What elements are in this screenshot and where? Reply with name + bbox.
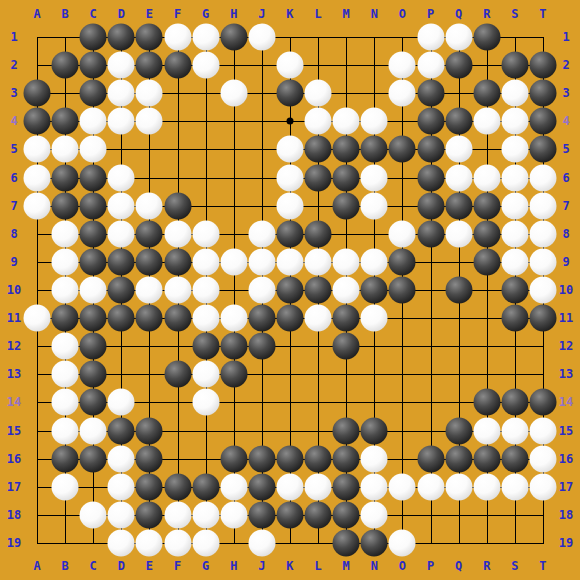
black-stone-L18[interactable] — [305, 501, 332, 528]
white-stone-J10[interactable] — [248, 276, 275, 303]
column-label-bottom: H — [230, 560, 237, 572]
black-stone-K10[interactable] — [276, 276, 303, 303]
black-stone-D9[interactable] — [108, 248, 135, 275]
black-stone-K11[interactable] — [276, 305, 303, 332]
white-stone-P2[interactable] — [417, 52, 444, 79]
black-stone-S2[interactable] — [501, 52, 528, 79]
white-stone-L4[interactable] — [305, 108, 332, 135]
black-stone-F17[interactable] — [164, 473, 191, 500]
white-stone-K2[interactable] — [276, 52, 303, 79]
black-stone-B11[interactable] — [52, 305, 79, 332]
black-stone-D1[interactable] — [108, 24, 135, 51]
black-stone-L6[interactable] — [305, 164, 332, 191]
white-stone-S5[interactable] — [501, 136, 528, 163]
black-stone-S10[interactable] — [501, 276, 528, 303]
white-stone-T17[interactable] — [529, 473, 556, 500]
white-stone-N7[interactable] — [361, 192, 388, 219]
black-stone-M6[interactable] — [333, 164, 360, 191]
white-stone-R15[interactable] — [473, 417, 500, 444]
column-label-bottom: F — [174, 560, 181, 572]
white-stone-Q1[interactable] — [445, 24, 472, 51]
white-stone-G13[interactable] — [192, 361, 219, 388]
white-stone-D3[interactable] — [108, 80, 135, 107]
column-label-top: L — [314, 8, 321, 20]
white-stone-N16[interactable] — [361, 445, 388, 472]
row-label-left: 8 — [10, 228, 17, 240]
row-label-right: 19 — [559, 537, 573, 549]
white-stone-S9[interactable] — [501, 248, 528, 275]
white-stone-H11[interactable] — [220, 305, 247, 332]
white-stone-F8[interactable] — [164, 220, 191, 247]
column-label-top: E — [146, 8, 153, 20]
white-stone-H9[interactable] — [220, 248, 247, 275]
white-stone-D8[interactable] — [108, 220, 135, 247]
white-stone-B10[interactable] — [52, 276, 79, 303]
row-label-left: 13 — [7, 368, 21, 380]
black-stone-K3[interactable] — [276, 80, 303, 107]
black-stone-T4[interactable] — [529, 108, 556, 135]
white-stone-D7[interactable] — [108, 192, 135, 219]
black-stone-J12[interactable] — [248, 333, 275, 360]
white-stone-A7[interactable] — [24, 192, 51, 219]
column-label-bottom: N — [371, 560, 378, 572]
white-stone-M9[interactable] — [333, 248, 360, 275]
column-label-top: D — [118, 8, 125, 20]
black-stone-C9[interactable] — [80, 248, 107, 275]
white-stone-Q5[interactable] — [445, 136, 472, 163]
black-stone-P3[interactable] — [417, 80, 444, 107]
black-stone-C14[interactable] — [80, 389, 107, 416]
black-stone-D15[interactable] — [108, 417, 135, 444]
column-label-bottom: D — [118, 560, 125, 572]
white-stone-J19[interactable] — [248, 529, 275, 556]
white-stone-C18[interactable] — [80, 501, 107, 528]
white-stone-O17[interactable] — [389, 473, 416, 500]
black-stone-N19[interactable] — [361, 529, 388, 556]
hoshi-point — [286, 118, 293, 125]
black-stone-K8[interactable] — [276, 220, 303, 247]
black-stone-O10[interactable] — [389, 276, 416, 303]
black-stone-C11[interactable] — [80, 305, 107, 332]
column-label-top: C — [90, 8, 97, 20]
black-stone-H13[interactable] — [220, 361, 247, 388]
white-stone-T8[interactable] — [529, 220, 556, 247]
white-stone-G9[interactable] — [192, 248, 219, 275]
white-stone-E3[interactable] — [136, 80, 163, 107]
black-stone-G12[interactable] — [192, 333, 219, 360]
white-stone-T10[interactable] — [529, 276, 556, 303]
black-stone-F9[interactable] — [164, 248, 191, 275]
white-stone-S8[interactable] — [501, 220, 528, 247]
black-stone-M7[interactable] — [333, 192, 360, 219]
row-label-left: 5 — [10, 143, 17, 155]
white-stone-K17[interactable] — [276, 473, 303, 500]
white-stone-F18[interactable] — [164, 501, 191, 528]
white-stone-K7[interactable] — [276, 192, 303, 219]
column-label-top: T — [539, 8, 546, 20]
black-stone-R1[interactable] — [473, 24, 500, 51]
row-label-right: 13 — [559, 368, 573, 380]
column-label-bottom: C — [90, 560, 97, 572]
black-stone-E8[interactable] — [136, 220, 163, 247]
white-stone-S7[interactable] — [501, 192, 528, 219]
black-stone-C2[interactable] — [80, 52, 107, 79]
row-label-left: 14 — [7, 396, 21, 408]
white-stone-S3[interactable] — [501, 80, 528, 107]
row-label-left: 9 — [10, 256, 17, 268]
black-stone-G17[interactable] — [192, 473, 219, 500]
row-label-right: 17 — [559, 481, 573, 493]
row-label-right: 3 — [562, 87, 569, 99]
white-stone-K6[interactable] — [276, 164, 303, 191]
white-stone-G2[interactable] — [192, 52, 219, 79]
column-label-bottom: B — [61, 560, 68, 572]
white-stone-N4[interactable] — [361, 108, 388, 135]
white-stone-G11[interactable] — [192, 305, 219, 332]
black-stone-B4[interactable] — [52, 108, 79, 135]
black-stone-T5[interactable] — [529, 136, 556, 163]
row-label-right: 8 — [562, 228, 569, 240]
black-stone-M12[interactable] — [333, 333, 360, 360]
black-stone-P7[interactable] — [417, 192, 444, 219]
black-stone-Q7[interactable] — [445, 192, 472, 219]
white-stone-A5[interactable] — [24, 136, 51, 163]
white-stone-P1[interactable] — [417, 24, 444, 51]
white-stone-L3[interactable] — [305, 80, 332, 107]
white-stone-L9[interactable] — [305, 248, 332, 275]
white-stone-B8[interactable] — [52, 220, 79, 247]
black-stone-N10[interactable] — [361, 276, 388, 303]
white-stone-T7[interactable] — [529, 192, 556, 219]
black-stone-E17[interactable] — [136, 473, 163, 500]
black-stone-A4[interactable] — [24, 108, 51, 135]
black-stone-M19[interactable] — [333, 529, 360, 556]
black-stone-J18[interactable] — [248, 501, 275, 528]
column-label-top: N — [371, 8, 378, 20]
white-stone-E7[interactable] — [136, 192, 163, 219]
white-stone-O3[interactable] — [389, 80, 416, 107]
white-stone-E19[interactable] — [136, 529, 163, 556]
black-stone-C6[interactable] — [80, 164, 107, 191]
black-stone-E11[interactable] — [136, 305, 163, 332]
white-stone-N17[interactable] — [361, 473, 388, 500]
white-stone-R17[interactable] — [473, 473, 500, 500]
white-stone-F1[interactable] — [164, 24, 191, 51]
black-stone-R8[interactable] — [473, 220, 500, 247]
white-stone-N11[interactable] — [361, 305, 388, 332]
white-stone-D17[interactable] — [108, 473, 135, 500]
column-label-top: O — [399, 8, 406, 20]
black-stone-F11[interactable] — [164, 305, 191, 332]
white-stone-N6[interactable] — [361, 164, 388, 191]
black-stone-J16[interactable] — [248, 445, 275, 472]
white-stone-C10[interactable] — [80, 276, 107, 303]
white-stone-G10[interactable] — [192, 276, 219, 303]
white-stone-D6[interactable] — [108, 164, 135, 191]
black-stone-E18[interactable] — [136, 501, 163, 528]
black-stone-L8[interactable] — [305, 220, 332, 247]
black-stone-S14[interactable] — [501, 389, 528, 416]
white-stone-H3[interactable] — [220, 80, 247, 107]
row-label-right: 11 — [559, 312, 573, 324]
column-label-top: S — [511, 8, 518, 20]
black-stone-C12[interactable] — [80, 333, 107, 360]
black-stone-H12[interactable] — [220, 333, 247, 360]
column-label-top: P — [427, 8, 434, 20]
row-label-left: 11 — [7, 312, 21, 324]
black-stone-K16[interactable] — [276, 445, 303, 472]
black-stone-L5[interactable] — [305, 136, 332, 163]
row-label-right: 16 — [559, 453, 573, 465]
column-label-bottom: R — [483, 560, 490, 572]
row-label-left: 7 — [10, 200, 17, 212]
column-label-top: J — [258, 8, 265, 20]
column-label-top: K — [286, 8, 293, 20]
black-stone-Q10[interactable] — [445, 276, 472, 303]
white-stone-B9[interactable] — [52, 248, 79, 275]
row-label-left: 1 — [10, 31, 17, 43]
white-stone-E10[interactable] — [136, 276, 163, 303]
column-label-bottom: O — [399, 560, 406, 572]
white-stone-L17[interactable] — [305, 473, 332, 500]
black-stone-C1[interactable] — [80, 24, 107, 51]
column-label-top: B — [61, 8, 68, 20]
white-stone-B12[interactable] — [52, 333, 79, 360]
row-label-left: 17 — [7, 481, 21, 493]
black-stone-M5[interactable] — [333, 136, 360, 163]
black-stone-M16[interactable] — [333, 445, 360, 472]
white-stone-B14[interactable] — [52, 389, 79, 416]
black-stone-S16[interactable] — [501, 445, 528, 472]
column-label-bottom: M — [343, 560, 350, 572]
black-stone-R9[interactable] — [473, 248, 500, 275]
white-stone-G19[interactable] — [192, 529, 219, 556]
black-stone-N15[interactable] — [361, 417, 388, 444]
white-stone-H17[interactable] — [220, 473, 247, 500]
row-label-right: 6 — [562, 172, 569, 184]
white-stone-G14[interactable] — [192, 389, 219, 416]
white-stone-R4[interactable] — [473, 108, 500, 135]
row-label-right: 7 — [562, 200, 569, 212]
black-stone-P4[interactable] — [417, 108, 444, 135]
white-stone-B5[interactable] — [52, 136, 79, 163]
black-stone-M15[interactable] — [333, 417, 360, 444]
black-stone-J17[interactable] — [248, 473, 275, 500]
go-board[interactable]: AABBCCDDEEFFGGHHJJKKLLMMNNOOPPQQRRSSTT11… — [0, 0, 580, 580]
black-stone-F7[interactable] — [164, 192, 191, 219]
row-label-left: 10 — [7, 284, 21, 296]
black-stone-M17[interactable] — [333, 473, 360, 500]
white-stone-S17[interactable] — [501, 473, 528, 500]
black-stone-P16[interactable] — [417, 445, 444, 472]
black-stone-Q15[interactable] — [445, 417, 472, 444]
row-label-right: 5 — [562, 143, 569, 155]
white-stone-Q8[interactable] — [445, 220, 472, 247]
black-stone-O9[interactable] — [389, 248, 416, 275]
black-stone-C7[interactable] — [80, 192, 107, 219]
white-stone-D14[interactable] — [108, 389, 135, 416]
white-stone-C15[interactable] — [80, 417, 107, 444]
row-label-right: 9 — [562, 256, 569, 268]
white-stone-D2[interactable] — [108, 52, 135, 79]
white-stone-D4[interactable] — [108, 108, 135, 135]
black-stone-R7[interactable] — [473, 192, 500, 219]
row-label-left: 12 — [7, 340, 21, 352]
column-label-bottom: E — [146, 560, 153, 572]
black-stone-R3[interactable] — [473, 80, 500, 107]
white-stone-J8[interactable] — [248, 220, 275, 247]
black-stone-H1[interactable] — [220, 24, 247, 51]
black-stone-E16[interactable] — [136, 445, 163, 472]
row-label-left: 2 — [10, 59, 17, 71]
white-stone-T6[interactable] — [529, 164, 556, 191]
column-label-bottom: A — [33, 560, 40, 572]
white-stone-A11[interactable] — [24, 305, 51, 332]
row-label-left: 15 — [7, 425, 21, 437]
row-label-right: 14 — [559, 396, 573, 408]
row-label-right: 1 — [562, 31, 569, 43]
white-stone-G1[interactable] — [192, 24, 219, 51]
column-label-bottom: T — [539, 560, 546, 572]
white-stone-B15[interactable] — [52, 417, 79, 444]
black-stone-L16[interactable] — [305, 445, 332, 472]
black-stone-K18[interactable] — [276, 501, 303, 528]
white-stone-P17[interactable] — [417, 473, 444, 500]
black-stone-P6[interactable] — [417, 164, 444, 191]
column-label-top: H — [230, 8, 237, 20]
black-stone-D11[interactable] — [108, 305, 135, 332]
white-stone-F10[interactable] — [164, 276, 191, 303]
black-stone-M11[interactable] — [333, 305, 360, 332]
black-stone-F2[interactable] — [164, 52, 191, 79]
column-label-bottom: L — [314, 560, 321, 572]
column-label-top: A — [33, 8, 40, 20]
black-stone-L10[interactable] — [305, 276, 332, 303]
white-stone-K9[interactable] — [276, 248, 303, 275]
white-stone-B17[interactable] — [52, 473, 79, 500]
black-stone-F13[interactable] — [164, 361, 191, 388]
grid-line-horizontal — [37, 346, 544, 347]
black-stone-C16[interactable] — [80, 445, 107, 472]
column-label-top: Q — [455, 8, 462, 20]
black-stone-T14[interactable] — [529, 389, 556, 416]
white-stone-O2[interactable] — [389, 52, 416, 79]
row-label-right: 10 — [559, 284, 573, 296]
white-stone-N9[interactable] — [361, 248, 388, 275]
black-stone-B2[interactable] — [52, 52, 79, 79]
black-stone-E15[interactable] — [136, 417, 163, 444]
white-stone-E4[interactable] — [136, 108, 163, 135]
white-stone-D19[interactable] — [108, 529, 135, 556]
black-stone-E9[interactable] — [136, 248, 163, 275]
white-stone-O8[interactable] — [389, 220, 416, 247]
white-stone-T16[interactable] — [529, 445, 556, 472]
white-stone-A6[interactable] — [24, 164, 51, 191]
black-stone-Q2[interactable] — [445, 52, 472, 79]
white-stone-J9[interactable] — [248, 248, 275, 275]
column-label-bottom: P — [427, 560, 434, 572]
white-stone-C4[interactable] — [80, 108, 107, 135]
white-stone-H18[interactable] — [220, 501, 247, 528]
black-stone-D10[interactable] — [108, 276, 135, 303]
white-stone-K5[interactable] — [276, 136, 303, 163]
black-stone-O5[interactable] — [389, 136, 416, 163]
row-label-left: 6 — [10, 172, 17, 184]
black-stone-N5[interactable] — [361, 136, 388, 163]
grid-line-horizontal — [37, 374, 544, 375]
black-stone-R14[interactable] — [473, 389, 500, 416]
black-stone-P8[interactable] — [417, 220, 444, 247]
white-stone-O19[interactable] — [389, 529, 416, 556]
black-stone-T3[interactable] — [529, 80, 556, 107]
black-stone-A3[interactable] — [24, 80, 51, 107]
white-stone-T15[interactable] — [529, 417, 556, 444]
column-label-top: G — [202, 8, 209, 20]
white-stone-S6[interactable] — [501, 164, 528, 191]
white-stone-D18[interactable] — [108, 501, 135, 528]
white-stone-L11[interactable] — [305, 305, 332, 332]
white-stone-M10[interactable] — [333, 276, 360, 303]
row-label-right: 18 — [559, 509, 573, 521]
black-stone-M18[interactable] — [333, 501, 360, 528]
black-stone-C13[interactable] — [80, 361, 107, 388]
row-label-left: 4 — [10, 115, 17, 127]
white-stone-R6[interactable] — [473, 164, 500, 191]
row-label-left: 19 — [7, 537, 21, 549]
black-stone-E1[interactable] — [136, 24, 163, 51]
black-stone-S11[interactable] — [501, 305, 528, 332]
row-label-right: 15 — [559, 425, 573, 437]
column-label-top: F — [174, 8, 181, 20]
black-stone-Q4[interactable] — [445, 108, 472, 135]
black-stone-H16[interactable] — [220, 445, 247, 472]
black-stone-T2[interactable] — [529, 52, 556, 79]
white-stone-Q6[interactable] — [445, 164, 472, 191]
white-stone-G8[interactable] — [192, 220, 219, 247]
black-stone-R16[interactable] — [473, 445, 500, 472]
white-stone-F19[interactable] — [164, 529, 191, 556]
black-stone-E2[interactable] — [136, 52, 163, 79]
white-stone-T9[interactable] — [529, 248, 556, 275]
black-stone-B7[interactable] — [52, 192, 79, 219]
black-stone-P5[interactable] — [417, 136, 444, 163]
row-label-right: 2 — [562, 59, 569, 71]
white-stone-G18[interactable] — [192, 501, 219, 528]
white-stone-S4[interactable] — [501, 108, 528, 135]
white-stone-Q17[interactable] — [445, 473, 472, 500]
black-stone-Q16[interactable] — [445, 445, 472, 472]
column-label-bottom: G — [202, 560, 209, 572]
white-stone-N18[interactable] — [361, 501, 388, 528]
white-stone-S15[interactable] — [501, 417, 528, 444]
column-label-bottom: K — [286, 560, 293, 572]
row-label-right: 4 — [562, 115, 569, 127]
black-stone-B16[interactable] — [52, 445, 79, 472]
white-stone-C5[interactable] — [80, 136, 107, 163]
black-stone-T11[interactable] — [529, 305, 556, 332]
white-stone-J1[interactable] — [248, 24, 275, 51]
white-stone-M4[interactable] — [333, 108, 360, 135]
row-label-left: 16 — [7, 453, 21, 465]
white-stone-D16[interactable] — [108, 445, 135, 472]
white-stone-B13[interactable] — [52, 361, 79, 388]
black-stone-C3[interactable] — [80, 80, 107, 107]
black-stone-J11[interactable] — [248, 305, 275, 332]
black-stone-B6[interactable] — [52, 164, 79, 191]
black-stone-C8[interactable] — [80, 220, 107, 247]
column-label-top: M — [343, 8, 350, 20]
column-label-bottom: J — [258, 560, 265, 572]
